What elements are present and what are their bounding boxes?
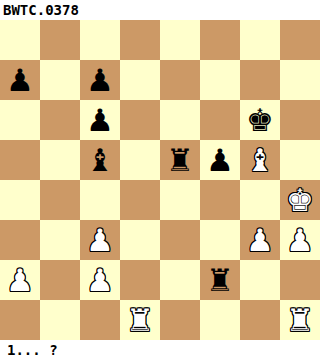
square-h1[interactable]: ♜ xyxy=(280,300,320,340)
square-f1[interactable] xyxy=(200,300,240,340)
square-a5[interactable] xyxy=(0,140,40,180)
square-g5[interactable]: ♝ xyxy=(240,140,280,180)
footer-bar: 1... ? xyxy=(0,340,320,360)
square-d8[interactable] xyxy=(120,20,160,60)
square-d1[interactable]: ♜ xyxy=(120,300,160,340)
square-g8[interactable] xyxy=(240,20,280,60)
black-rook: ♜ xyxy=(206,260,234,300)
square-h8[interactable] xyxy=(280,20,320,60)
square-d7[interactable] xyxy=(120,60,160,100)
square-a4[interactable] xyxy=(0,180,40,220)
square-d6[interactable] xyxy=(120,100,160,140)
square-h5[interactable] xyxy=(280,140,320,180)
square-f4[interactable] xyxy=(200,180,240,220)
white-pawn: ♟ xyxy=(6,260,34,300)
black-king: ♚ xyxy=(246,100,274,140)
puzzle-title: BWTC.0378 xyxy=(3,2,79,18)
square-g7[interactable] xyxy=(240,60,280,100)
square-h2[interactable] xyxy=(280,260,320,300)
square-b4[interactable] xyxy=(40,180,80,220)
black-pawn: ♟ xyxy=(86,100,114,140)
white-rook: ♜ xyxy=(126,300,154,340)
square-a2[interactable]: ♟ xyxy=(0,260,40,300)
square-a1[interactable] xyxy=(0,300,40,340)
square-e6[interactable] xyxy=(160,100,200,140)
square-g6[interactable]: ♚ xyxy=(240,100,280,140)
square-b1[interactable] xyxy=(40,300,80,340)
square-a8[interactable] xyxy=(0,20,40,60)
square-b7[interactable] xyxy=(40,60,80,100)
square-d3[interactable] xyxy=(120,220,160,260)
square-c2[interactable]: ♟ xyxy=(80,260,120,300)
square-a6[interactable] xyxy=(0,100,40,140)
square-f3[interactable] xyxy=(200,220,240,260)
square-f7[interactable] xyxy=(200,60,240,100)
square-g2[interactable] xyxy=(240,260,280,300)
square-g1[interactable] xyxy=(240,300,280,340)
square-c8[interactable] xyxy=(80,20,120,60)
black-rook: ♜ xyxy=(166,140,194,180)
square-e5[interactable]: ♜ xyxy=(160,140,200,180)
square-c7[interactable]: ♟ xyxy=(80,60,120,100)
square-f6[interactable] xyxy=(200,100,240,140)
square-e4[interactable] xyxy=(160,180,200,220)
black-pawn: ♟ xyxy=(6,60,34,100)
square-c4[interactable] xyxy=(80,180,120,220)
square-a7[interactable]: ♟ xyxy=(0,60,40,100)
black-pawn: ♟ xyxy=(86,60,114,100)
white-rook: ♜ xyxy=(286,300,314,340)
white-pawn: ♟ xyxy=(246,220,274,260)
square-c6[interactable]: ♟ xyxy=(80,100,120,140)
white-pawn: ♟ xyxy=(286,220,314,260)
square-h6[interactable] xyxy=(280,100,320,140)
square-g4[interactable] xyxy=(240,180,280,220)
square-d2[interactable] xyxy=(120,260,160,300)
square-e2[interactable] xyxy=(160,260,200,300)
white-king: ♚ xyxy=(286,180,314,220)
square-c1[interactable] xyxy=(80,300,120,340)
black-pawn: ♟ xyxy=(206,140,234,180)
square-a3[interactable] xyxy=(0,220,40,260)
square-h4[interactable]: ♚ xyxy=(280,180,320,220)
chess-board: ♟♟♟♚♝♜♟♝♚♟♟♟♟♟♜♜♜ xyxy=(0,20,320,340)
square-f8[interactable] xyxy=(200,20,240,60)
square-h7[interactable] xyxy=(280,60,320,100)
square-h3[interactable]: ♟ xyxy=(280,220,320,260)
square-c5[interactable]: ♝ xyxy=(80,140,120,180)
white-pawn: ♟ xyxy=(86,260,114,300)
square-e3[interactable] xyxy=(160,220,200,260)
move-prompt: 1... ? xyxy=(7,342,58,358)
square-b5[interactable] xyxy=(40,140,80,180)
square-b8[interactable] xyxy=(40,20,80,60)
square-b2[interactable] xyxy=(40,260,80,300)
black-bishop: ♝ xyxy=(86,140,114,180)
title-bar: BWTC.0378 xyxy=(0,0,320,20)
square-f2[interactable]: ♜ xyxy=(200,260,240,300)
square-f5[interactable]: ♟ xyxy=(200,140,240,180)
square-d4[interactable] xyxy=(120,180,160,220)
square-e1[interactable] xyxy=(160,300,200,340)
white-bishop: ♝ xyxy=(246,140,274,180)
square-b3[interactable] xyxy=(40,220,80,260)
square-b6[interactable] xyxy=(40,100,80,140)
square-e7[interactable] xyxy=(160,60,200,100)
square-e8[interactable] xyxy=(160,20,200,60)
square-d5[interactable] xyxy=(120,140,160,180)
square-g3[interactable]: ♟ xyxy=(240,220,280,260)
square-c3[interactable]: ♟ xyxy=(80,220,120,260)
white-pawn: ♟ xyxy=(86,220,114,260)
